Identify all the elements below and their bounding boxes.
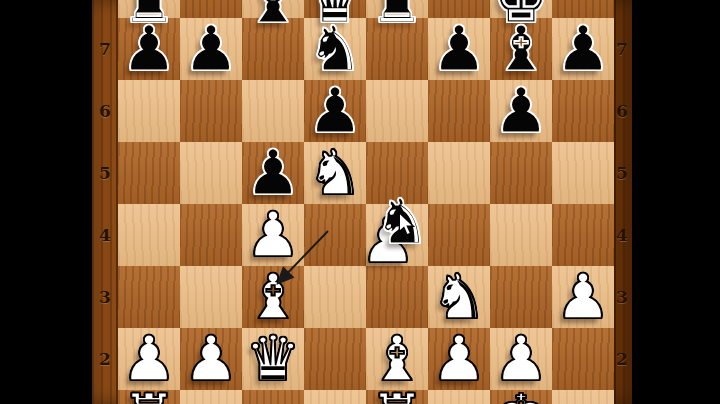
square-b5[interactable] [180, 142, 242, 204]
square-e4[interactable]: ♟♞ [366, 204, 428, 266]
black-pawn-d6[interactable]: ♟ [307, 80, 363, 142]
rank-label-5-right: 5 [616, 163, 628, 183]
square-g5[interactable] [490, 142, 552, 204]
square-h2[interactable] [552, 328, 614, 390]
square-c4[interactable]: ♟ [242, 204, 304, 266]
black-pawn-f7[interactable]: ♟ [431, 18, 487, 80]
square-c8[interactable]: ♝ [242, 0, 304, 18]
square-e1[interactable]: ♜ [366, 390, 428, 404]
square-h4[interactable] [552, 204, 614, 266]
white-pawn-h3[interactable]: ♟ [555, 266, 611, 328]
square-a7[interactable]: ♟ [118, 18, 180, 80]
square-d3[interactable] [304, 266, 366, 328]
square-b4[interactable] [180, 204, 242, 266]
white-king-g1[interactable]: ♚ [493, 386, 549, 404]
black-knight-e4[interactable]: ♞ [374, 191, 430, 253]
black-bishop-c8[interactable]: ♝ [245, 0, 301, 32]
square-h1[interactable] [552, 390, 614, 404]
rank-label-7-right: 7 [616, 39, 628, 59]
square-c3[interactable]: ♝ [242, 266, 304, 328]
black-pawn-a7[interactable]: ♟ [121, 18, 177, 80]
white-queen-c2[interactable]: ♛ [245, 328, 301, 390]
white-pawn-c4[interactable]: ♟ [245, 204, 301, 266]
square-g7[interactable]: ♝ [490, 18, 552, 80]
square-d2[interactable] [304, 328, 366, 390]
square-c2[interactable]: ♛ [242, 328, 304, 390]
square-a6[interactable] [118, 80, 180, 142]
black-bishop-g7[interactable]: ♝ [493, 18, 549, 80]
square-d1[interactable] [304, 390, 366, 404]
square-h6[interactable] [552, 80, 614, 142]
video-frame: ♜♝♛♜♚♟♟♞♟♝♟♟♟♟♞♟♟♞♝♞♟♟♟♛♝♟♟♜♜♚ 776655443… [0, 0, 720, 404]
square-d7[interactable]: ♞ [304, 18, 366, 80]
black-knight-d7[interactable]: ♞ [307, 18, 363, 80]
square-a5[interactable] [118, 142, 180, 204]
rank-label-2-left: 2 [99, 349, 111, 369]
square-h7[interactable]: ♟ [552, 18, 614, 80]
rank-label-3-right: 3 [616, 287, 628, 307]
square-f2[interactable]: ♟ [428, 328, 490, 390]
square-g1[interactable]: ♚ [490, 390, 552, 404]
rank-label-4-right: 4 [616, 225, 628, 245]
white-pawn-b2[interactable]: ♟ [183, 328, 239, 390]
square-c6[interactable] [242, 80, 304, 142]
rank-label-6-right: 6 [616, 101, 628, 121]
square-c5[interactable]: ♟ [242, 142, 304, 204]
white-knight-f3[interactable]: ♞ [431, 266, 487, 328]
rank-label-2-right: 2 [616, 349, 628, 369]
square-d4[interactable] [304, 204, 366, 266]
black-pawn-c5[interactable]: ♟ [245, 142, 301, 204]
square-g3[interactable] [490, 266, 552, 328]
rank-label-6-left: 6 [99, 101, 111, 121]
square-a3[interactable] [118, 266, 180, 328]
square-b2[interactable]: ♟ [180, 328, 242, 390]
square-d6[interactable]: ♟ [304, 80, 366, 142]
square-g6[interactable]: ♟ [490, 80, 552, 142]
square-d5[interactable]: ♞ [304, 142, 366, 204]
square-a4[interactable] [118, 204, 180, 266]
black-pawn-g6[interactable]: ♟ [493, 80, 549, 142]
black-rook-e8[interactable]: ♜ [369, 0, 425, 32]
letterbox-bar-left [0, 0, 92, 404]
rank-label-5-left: 5 [99, 163, 111, 183]
square-f6[interactable] [428, 80, 490, 142]
square-e6[interactable] [366, 80, 428, 142]
rank-label-4-left: 4 [99, 225, 111, 245]
white-bishop-c3[interactable]: ♝ [245, 266, 301, 328]
square-b6[interactable] [180, 80, 242, 142]
square-e8[interactable]: ♜ [366, 0, 428, 18]
letterbox-bar-right [632, 0, 720, 404]
square-f4[interactable] [428, 204, 490, 266]
square-g4[interactable] [490, 204, 552, 266]
square-f5[interactable] [428, 142, 490, 204]
white-rook-e1[interactable]: ♜ [369, 386, 425, 404]
black-pawn-b7[interactable]: ♟ [183, 18, 239, 80]
square-f3[interactable]: ♞ [428, 266, 490, 328]
square-b3[interactable] [180, 266, 242, 328]
rank-label-7-left: 7 [99, 39, 111, 59]
square-f7[interactable]: ♟ [428, 18, 490, 80]
square-h5[interactable] [552, 142, 614, 204]
square-b7[interactable]: ♟ [180, 18, 242, 80]
square-h3[interactable]: ♟ [552, 266, 614, 328]
white-rook-a1[interactable]: ♜ [121, 386, 177, 404]
white-knight-d5[interactable]: ♞ [307, 142, 363, 204]
chess-board[interactable]: ♜♝♛♜♚♟♟♞♟♝♟♟♟♟♞♟♟♞♝♞♟♟♟♛♝♟♟♜♜♚ [118, 0, 614, 404]
square-a1[interactable]: ♜ [118, 390, 180, 404]
black-pawn-h7[interactable]: ♟ [555, 18, 611, 80]
rank-label-3-left: 3 [99, 287, 111, 307]
white-pawn-f2[interactable]: ♟ [431, 328, 487, 390]
